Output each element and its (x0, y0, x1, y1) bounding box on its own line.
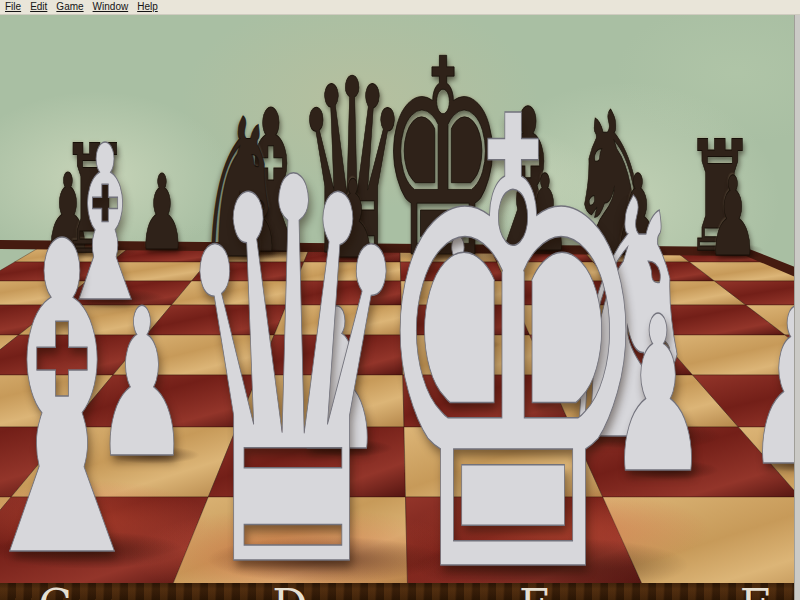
file-label-d: D (272, 584, 307, 600)
chess-app-window: FileEditGameWindowHelp ♜♟♟♝♟♞♛♟♚♝♟♞♟♜♟♝♝… (0, 0, 800, 600)
file-label-e: E (519, 584, 551, 600)
menu-item-help[interactable]: Help (137, 1, 158, 13)
menu-bar: FileEditGameWindowHelp (0, 0, 800, 15)
menu-item-game[interactable]: Game (56, 1, 83, 13)
menu-item-file[interactable]: File (5, 1, 21, 13)
piece-white-pawn-g2[interactable]: ♟ (746, 281, 800, 496)
piece-white-king-e1[interactable]: ♚ (368, 41, 657, 600)
menu-item-edit[interactable]: Edit (30, 1, 47, 13)
board-frame-rail: CDEF (0, 583, 800, 600)
file-label-f: F (740, 584, 771, 600)
piece-black-pawn-h7[interactable]: ♟ (707, 162, 758, 272)
piece-white-bishop-c1[interactable]: ♝ (0, 187, 162, 600)
menu-item-window[interactable]: Window (93, 1, 129, 13)
file-label-c: C (38, 584, 72, 600)
window-right-border (794, 14, 800, 600)
